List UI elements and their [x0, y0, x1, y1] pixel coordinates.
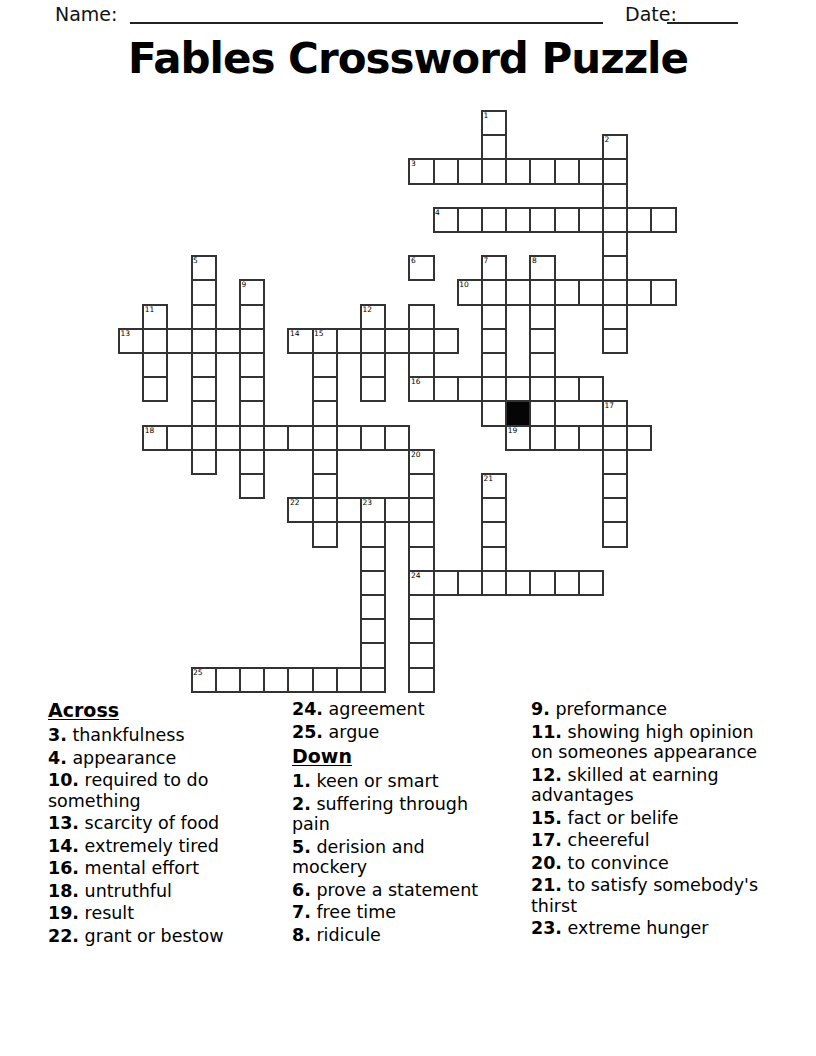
grid-cell[interactable]	[408, 352, 434, 378]
grid-cell[interactable]	[360, 521, 386, 547]
grid-cell[interactable]	[263, 667, 289, 693]
clue-number: 8	[532, 257, 537, 265]
grid-cell[interactable]	[408, 497, 434, 523]
clue-item-11: 11. showing high opinion on someones app…	[531, 722, 769, 763]
grid-cell[interactable]	[602, 255, 628, 281]
grid-cell[interactable]	[360, 425, 386, 451]
clues-heading-across: Across	[48, 699, 260, 721]
grid-cell[interactable]	[529, 425, 555, 451]
clue-item-17: 17. cheereful	[531, 830, 769, 851]
grid-cell[interactable]	[191, 328, 217, 354]
clue-item-20: 20. to convince	[531, 853, 769, 874]
grid-cell[interactable]	[408, 594, 434, 620]
grid-cell[interactable]	[191, 304, 217, 330]
clue-number: 5	[193, 257, 198, 265]
grid-cell[interactable]	[166, 328, 192, 354]
clue-item-18: 18. untruthful	[48, 881, 260, 902]
clue-item-19: 19. result	[48, 903, 260, 924]
clue-number: 25	[193, 669, 203, 677]
clue-number-label: 2.	[292, 794, 311, 814]
clue-number-label: 25.	[292, 722, 323, 742]
grid-cell[interactable]	[578, 376, 604, 402]
clue-number-label: 5.	[292, 837, 311, 857]
grid-cell[interactable]	[578, 570, 604, 596]
clue-number: 23	[363, 499, 373, 507]
grid-cell[interactable]	[239, 425, 265, 451]
grid-cell[interactable]	[481, 400, 507, 426]
grid-cell[interactable]	[433, 328, 459, 354]
grid-cell[interactable]	[287, 667, 313, 693]
date-blank-line[interactable]	[667, 22, 738, 24]
grid-cell[interactable]	[554, 279, 580, 305]
grid-cell[interactable]	[602, 279, 628, 305]
clue-number: 11	[145, 306, 155, 314]
clue-number-label: 24.	[292, 699, 323, 719]
grid-cell[interactable]	[529, 207, 555, 233]
clue-number-label: 4.	[48, 748, 67, 768]
clue-number-label: 18.	[48, 881, 79, 901]
grid-cell[interactable]	[142, 352, 168, 378]
grid-cell[interactable]	[239, 352, 265, 378]
black-cell	[505, 400, 531, 426]
grid-cell[interactable]	[336, 667, 362, 693]
grid-cell[interactable]	[215, 667, 241, 693]
clue-number-label: 17.	[531, 830, 562, 850]
grid-cell[interactable]	[215, 328, 241, 354]
clue-number-label: 3.	[48, 725, 67, 745]
clue-number-label: 21.	[531, 875, 562, 895]
grid-cell[interactable]	[312, 521, 338, 547]
grid-cell[interactable]	[481, 279, 507, 305]
grid-cell[interactable]	[191, 425, 217, 451]
grid-cell[interactable]	[602, 231, 628, 257]
grid-cell[interactable]	[554, 570, 580, 596]
grid-cell[interactable]	[360, 642, 386, 668]
clue-number-label: 12.	[531, 765, 562, 785]
clue-number-label: 1.	[292, 771, 311, 791]
clue-number-label: 9.	[531, 699, 550, 719]
grid-cell[interactable]	[505, 158, 531, 184]
grid-cell[interactable]	[191, 376, 217, 402]
clue-item-1: 1. keen or smart	[292, 771, 484, 792]
clue-item-13: 13. scarcity of food	[48, 813, 260, 834]
grid-cell[interactable]	[505, 279, 531, 305]
clues-column-middle: 24. agreement25. argueDown1. keen or sma…	[292, 699, 484, 947]
grid-cell[interactable]	[287, 425, 313, 451]
worksheet-page: Name: Date: Fables Crossword Puzzle 1234…	[0, 0, 816, 1056]
grid-cell[interactable]	[529, 400, 555, 426]
grid-cell[interactable]	[312, 667, 338, 693]
clue-item-24: 24. agreement	[292, 699, 484, 720]
grid-cell[interactable]	[360, 667, 386, 693]
grid-cell[interactable]	[505, 376, 531, 402]
grid-cell[interactable]	[505, 570, 531, 596]
clue-number: 10	[459, 281, 469, 289]
grid-cell[interactable]	[408, 328, 434, 354]
clue-number: 14	[290, 330, 300, 338]
grid-cell[interactable]	[142, 376, 168, 402]
grid-cell[interactable]	[408, 546, 434, 572]
grid-cell[interactable]	[336, 425, 362, 451]
clue-item-25: 25. argue	[292, 722, 484, 743]
grid-cell[interactable]	[433, 570, 459, 596]
grid-cell[interactable]	[481, 570, 507, 596]
clue-number-label: 8.	[292, 925, 311, 945]
grid-cell[interactable]	[554, 207, 580, 233]
clue-item-21: 21. to satisfy somebody's thirst	[531, 875, 769, 916]
clue-number-label: 15.	[531, 808, 562, 828]
clue-number: 12	[363, 306, 373, 314]
grid-cell[interactable]	[312, 400, 338, 426]
grid-cell[interactable]	[239, 667, 265, 693]
clue-item-7: 7. free time	[292, 902, 484, 923]
grid-cell[interactable]	[481, 376, 507, 402]
grid-cell[interactable]	[312, 352, 338, 378]
grid-cell[interactable]	[191, 449, 217, 475]
clues-heading-down: Down	[292, 745, 484, 767]
clue-number: 24	[411, 572, 421, 580]
grid-cell[interactable]	[336, 328, 362, 354]
grid-cell[interactable]	[602, 473, 628, 499]
clue-number: 9	[242, 281, 247, 289]
grid-cell[interactable]	[360, 618, 386, 644]
grid-cell[interactable]	[529, 279, 555, 305]
grid-cell[interactable]	[529, 352, 555, 378]
clue-number: 4	[435, 209, 440, 217]
grid-cell[interactable]	[626, 425, 652, 451]
grid-cell[interactable]	[360, 328, 386, 354]
grid-cell[interactable]	[408, 618, 434, 644]
grid-cell[interactable]	[554, 376, 580, 402]
clue-number: 21	[484, 475, 494, 483]
clue-item-8: 8. ridicule	[292, 925, 484, 946]
clue-number-label: 23.	[531, 918, 562, 938]
clue-number-label: 11.	[531, 722, 562, 742]
clue-number-label: 20.	[531, 853, 562, 873]
clue-number: 2	[605, 136, 610, 144]
clue-number: 13	[121, 330, 131, 338]
grid-cell[interactable]	[457, 570, 483, 596]
name-label: Name:	[55, 3, 117, 25]
grid-cell[interactable]	[360, 594, 386, 620]
grid-cell[interactable]	[408, 304, 434, 330]
grid-cell[interactable]	[578, 158, 604, 184]
grid-cell[interactable]	[650, 279, 676, 305]
clue-number: 6	[411, 257, 416, 265]
grid-cell[interactable]	[239, 400, 265, 426]
clue-number: 16	[411, 378, 421, 386]
grid-cell[interactable]	[481, 304, 507, 330]
grid-cell[interactable]	[602, 449, 628, 475]
grid-cell[interactable]	[191, 400, 217, 426]
clue-number: 15	[314, 330, 324, 338]
grid-cell[interactable]	[529, 328, 555, 354]
grid-cell[interactable]	[312, 449, 338, 475]
name-blank-line[interactable]	[130, 22, 603, 24]
clue-item-2: 2. suffering through pain	[292, 794, 484, 835]
clue-number: 3	[411, 160, 416, 168]
clue-item-4: 4. appearance	[48, 748, 260, 769]
clue-item-23: 23. extreme hunger	[531, 918, 769, 939]
grid-cell[interactable]	[481, 546, 507, 572]
grid-cell[interactable]	[650, 207, 676, 233]
grid-cell[interactable]	[215, 425, 241, 451]
grid-cell[interactable]	[408, 473, 434, 499]
grid-cell[interactable]	[433, 376, 459, 402]
clue-item-3: 3. thankfulness	[48, 725, 260, 746]
clues-column-right: 9. preformance11. showing high opinion o…	[531, 699, 769, 941]
clue-item-9: 9. preformance	[531, 699, 769, 720]
grid-cell[interactable]	[481, 352, 507, 378]
grid-cell[interactable]	[457, 376, 483, 402]
grid-cell[interactable]	[360, 376, 386, 402]
clue-number: 17	[605, 402, 615, 410]
grid-cell[interactable]	[529, 376, 555, 402]
grid-cell[interactable]	[384, 425, 410, 451]
clue-number: 18	[145, 427, 155, 435]
clue-number: 19	[508, 427, 518, 435]
clue-number-label: 13.	[48, 813, 79, 833]
clue-number: 1	[484, 112, 489, 120]
grid-cell[interactable]	[626, 207, 652, 233]
clue-item-6: 6. prove a statement	[292, 880, 484, 901]
grid-cell[interactable]	[481, 158, 507, 184]
grid-cell[interactable]	[554, 425, 580, 451]
grid-cell[interactable]	[433, 158, 459, 184]
clue-number-label: 19.	[48, 903, 79, 923]
grid-cell[interactable]	[481, 134, 507, 160]
grid-cell[interactable]	[191, 279, 217, 305]
grid-cell[interactable]	[312, 376, 338, 402]
grid-cell[interactable]	[602, 425, 628, 451]
crossword-grid: 1234567891011121314151617181920212223242…	[118, 110, 677, 693]
grid-cell[interactable]	[602, 158, 628, 184]
clue-item-10: 10. required to do something	[48, 770, 260, 811]
grid-cell[interactable]	[554, 158, 580, 184]
clue-item-22: 22. grant or bestow	[48, 926, 260, 947]
grid-cell[interactable]	[626, 279, 652, 305]
grid-cell[interactable]	[529, 158, 555, 184]
grid-cell[interactable]	[312, 473, 338, 499]
grid-cell[interactable]	[166, 425, 192, 451]
grid-cell[interactable]	[408, 521, 434, 547]
grid-cell[interactable]	[578, 207, 604, 233]
clue-number: 22	[290, 499, 300, 507]
grid-cell[interactable]	[602, 497, 628, 523]
clue-number-label: 6.	[292, 880, 311, 900]
clue-item-15: 15. fact or belife	[531, 808, 769, 829]
grid-cell[interactable]	[239, 449, 265, 475]
page-title: Fables Crossword Puzzle	[0, 34, 816, 83]
grid-cell[interactable]	[408, 642, 434, 668]
grid-cell[interactable]	[481, 521, 507, 547]
grid-cell[interactable]	[336, 497, 362, 523]
grid-cell[interactable]	[481, 497, 507, 523]
clue-number-label: 22.	[48, 926, 79, 946]
grid-cell[interactable]	[602, 328, 628, 354]
grid-cell[interactable]	[142, 328, 168, 354]
grid-cell[interactable]	[263, 425, 289, 451]
grid-cell[interactable]	[457, 158, 483, 184]
grid-cell[interactable]	[384, 328, 410, 354]
grid-cell[interactable]	[191, 352, 217, 378]
grid-cell[interactable]	[602, 304, 628, 330]
clue-item-12: 12. skilled at earning advantages	[531, 765, 769, 806]
grid-cell[interactable]	[384, 497, 410, 523]
grid-cell[interactable]	[408, 667, 434, 693]
grid-cell[interactable]	[602, 521, 628, 547]
grid-cell[interactable]	[312, 425, 338, 451]
grid-cell[interactable]	[505, 207, 531, 233]
grid-cell[interactable]	[578, 279, 604, 305]
clue-number: 7	[484, 257, 489, 265]
clue-item-5: 5. derision and mockery	[292, 837, 484, 878]
clue-item-14: 14. extremely tired	[48, 836, 260, 857]
clue-number-label: 7.	[292, 902, 311, 922]
clue-number: 20	[411, 451, 421, 459]
clue-number-label: 16.	[48, 858, 79, 878]
grid-cell[interactable]	[360, 352, 386, 378]
grid-cell[interactable]	[481, 328, 507, 354]
grid-cell[interactable]	[312, 497, 338, 523]
clues-column-left: Across3. thankfulness4. appearance10. re…	[48, 699, 260, 948]
grid-cell[interactable]	[529, 304, 555, 330]
grid-cell[interactable]	[239, 376, 265, 402]
grid-cell[interactable]	[457, 207, 483, 233]
grid-cell[interactable]	[239, 328, 265, 354]
grid-cell[interactable]	[239, 473, 265, 499]
grid-cell[interactable]	[481, 207, 507, 233]
clue-number-label: 14.	[48, 836, 79, 856]
clue-item-16: 16. mental effort	[48, 858, 260, 879]
clue-number-label: 10.	[48, 770, 79, 790]
grid-cell[interactable]	[602, 207, 628, 233]
grid-cell[interactable]	[360, 570, 386, 596]
grid-cell[interactable]	[602, 183, 628, 209]
grid-cell[interactable]	[239, 304, 265, 330]
grid-cell[interactable]	[360, 546, 386, 572]
grid-cell[interactable]	[578, 425, 604, 451]
grid-cell[interactable]	[529, 570, 555, 596]
